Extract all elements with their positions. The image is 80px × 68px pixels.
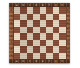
board-frame-right: 87654321 — [66, 7, 71, 59]
rank-label-right-1: 1 — [67, 53, 69, 60]
file-label-bottom-h: h — [59, 59, 66, 63]
board-grid — [14, 7, 66, 59]
page-background: abcdefgh abcdefgh 87654321 87654321 — [0, 0, 80, 68]
board-frame-bottom: abcdefgh — [9, 59, 70, 63]
rank-label-left-1: 1 — [10, 53, 12, 60]
square-h1[interactable] — [59, 53, 66, 60]
chess-board: abcdefgh abcdefgh 87654321 87654321 — [9, 3, 70, 63]
